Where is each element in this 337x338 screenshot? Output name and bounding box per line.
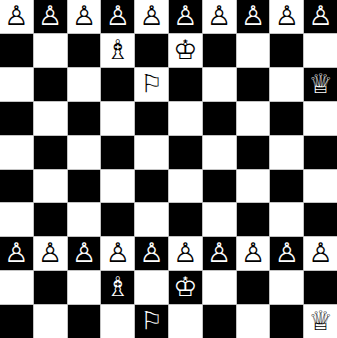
square-r6c4[interactable] — [101, 170, 134, 203]
square-r1c1[interactable]: ♙ — [0, 0, 33, 33]
soldier-piece-south[interactable]: ♙ — [275, 239, 299, 266]
square-r5c2[interactable] — [34, 136, 67, 169]
soldier-piece-north[interactable]: ♙ — [241, 2, 265, 29]
square-r8c4[interactable]: ♙ — [101, 237, 134, 270]
square-r3c9[interactable] — [270, 68, 303, 101]
square-r5c7[interactable] — [203, 136, 236, 169]
square-r2c2[interactable] — [34, 34, 67, 67]
square-r4c5[interactable] — [135, 102, 168, 135]
square-r4c9[interactable] — [270, 102, 303, 135]
square-r1c3[interactable]: ♙ — [68, 0, 101, 33]
square-r4c4[interactable] — [101, 102, 134, 135]
square-r9c8[interactable] — [237, 271, 270, 304]
standard-bearer-piece-north[interactable]: ⚐ — [140, 71, 162, 96]
square-r3c1[interactable] — [0, 68, 33, 101]
square-r7c6[interactable] — [169, 203, 202, 236]
soldier-piece-north[interactable]: ♙ — [173, 2, 197, 29]
square-r2c4[interactable]: ♗ — [101, 34, 134, 67]
square-r7c5[interactable] — [135, 203, 168, 236]
square-r8c8[interactable]: ♙ — [237, 237, 270, 270]
square-r6c10[interactable] — [304, 170, 337, 203]
soldier-piece-north[interactable]: ♙ — [72, 2, 96, 29]
square-r4c7[interactable] — [203, 102, 236, 135]
square-r10c4[interactable] — [101, 305, 134, 338]
square-r3c7[interactable] — [203, 68, 236, 101]
square-r3c6[interactable] — [169, 68, 202, 101]
square-r6c6[interactable] — [169, 170, 202, 203]
square-r1c2[interactable]: ♙ — [34, 0, 67, 33]
square-r5c3[interactable] — [68, 136, 101, 169]
square-r6c2[interactable] — [34, 170, 67, 203]
square-r10c1[interactable] — [0, 305, 33, 338]
square-r8c9[interactable]: ♙ — [270, 237, 303, 270]
square-r9c3[interactable] — [68, 271, 101, 304]
square-r2c9[interactable] — [270, 34, 303, 67]
soldier-piece-south[interactable]: ♙ — [72, 239, 96, 266]
soldier-piece-south[interactable]: ♙ — [308, 239, 332, 266]
officer-piece-north[interactable]: ♗ — [106, 36, 130, 63]
square-r3c4[interactable] — [101, 68, 134, 101]
square-r4c1[interactable] — [0, 102, 33, 135]
soldier-piece-south[interactable]: ♙ — [38, 239, 62, 266]
soldier-piece-south[interactable]: ♙ — [106, 239, 130, 266]
square-r3c5[interactable]: ⚐ — [135, 68, 168, 101]
square-r10c5[interactable]: ⚐ — [135, 305, 168, 338]
square-r10c7[interactable] — [203, 305, 236, 338]
square-r7c7[interactable] — [203, 203, 236, 236]
soldier-piece-north[interactable]: ♙ — [308, 2, 332, 29]
sword-champion-piece-south[interactable]: ♕ — [308, 307, 332, 334]
square-r1c4[interactable]: ♙ — [101, 0, 134, 33]
square-r7c9[interactable] — [270, 203, 303, 236]
square-r2c10[interactable] — [304, 34, 337, 67]
square-r7c2[interactable] — [34, 203, 67, 236]
square-r5c10[interactable] — [304, 136, 337, 169]
square-r3c2[interactable] — [34, 68, 67, 101]
square-r4c3[interactable] — [68, 102, 101, 135]
square-r9c9[interactable] — [270, 271, 303, 304]
sword-champion-piece-north[interactable]: ♕ — [308, 70, 332, 97]
square-r1c9[interactable]: ♙ — [270, 0, 303, 33]
square-r9c2[interactable] — [34, 271, 67, 304]
soldier-piece-south[interactable]: ♙ — [241, 239, 265, 266]
soldier-piece-north[interactable]: ♙ — [106, 2, 130, 29]
square-r2c5[interactable] — [135, 34, 168, 67]
square-r8c3[interactable]: ♙ — [68, 237, 101, 270]
square-r9c4[interactable]: ♗ — [101, 271, 134, 304]
square-r1c8[interactable]: ♙ — [237, 0, 270, 33]
square-r7c4[interactable] — [101, 203, 134, 236]
square-r7c3[interactable] — [68, 203, 101, 236]
officer-piece-south[interactable]: ♗ — [106, 273, 130, 300]
square-r6c7[interactable] — [203, 170, 236, 203]
game-board: ♙♙♙♙♙♙♙♙♙♙♗♔⚐♕♙♙♙♙♙♙♙♙♙♙♗♔⚐♕ — [0, 0, 337, 338]
board-screenshot: ♙♙♙♙♙♙♙♙♙♙♗♔⚐♕♙♙♙♙♙♙♙♙♙♙♗♔⚐♕ — [0, 0, 337, 338]
square-r10c8[interactable] — [237, 305, 270, 338]
soldier-piece-south[interactable]: ♙ — [173, 239, 197, 266]
square-r2c1[interactable] — [0, 34, 33, 67]
square-r10c2[interactable] — [34, 305, 67, 338]
soldier-piece-south[interactable]: ♙ — [4, 239, 28, 266]
square-r5c4[interactable] — [101, 136, 134, 169]
square-r1c5[interactable]: ♙ — [135, 0, 168, 33]
soldier-piece-north[interactable]: ♙ — [275, 2, 299, 29]
soldier-piece-north[interactable]: ♙ — [4, 2, 28, 29]
standard-bearer-piece-south[interactable]: ⚐ — [140, 308, 162, 333]
square-r2c8[interactable] — [237, 34, 270, 67]
square-r1c10[interactable]: ♙ — [304, 0, 337, 33]
soldier-piece-south[interactable]: ♙ — [207, 239, 231, 266]
square-r6c1[interactable] — [0, 170, 33, 203]
square-r8c6[interactable]: ♙ — [169, 237, 202, 270]
soldier-piece-north[interactable]: ♙ — [38, 2, 62, 29]
square-r3c10[interactable]: ♕ — [304, 68, 337, 101]
square-r5c9[interactable] — [270, 136, 303, 169]
square-r1c7[interactable]: ♙ — [203, 0, 236, 33]
square-r6c3[interactable] — [68, 170, 101, 203]
square-r6c9[interactable] — [270, 170, 303, 203]
square-r1c6[interactable]: ♙ — [169, 0, 202, 33]
square-r2c3[interactable] — [68, 34, 101, 67]
square-r4c10[interactable] — [304, 102, 337, 135]
square-r2c7[interactable] — [203, 34, 236, 67]
square-r5c1[interactable] — [0, 136, 33, 169]
square-r8c2[interactable]: ♙ — [34, 237, 67, 270]
square-r9c6[interactable]: ♔ — [169, 271, 202, 304]
soldier-piece-north[interactable]: ♙ — [139, 2, 163, 29]
square-r7c1[interactable] — [0, 203, 33, 236]
soldier-piece-south[interactable]: ♙ — [139, 239, 163, 266]
square-r10c6[interactable] — [169, 305, 202, 338]
square-r5c6[interactable] — [169, 136, 202, 169]
square-r9c5[interactable] — [135, 271, 168, 304]
crowned-commander-piece-south[interactable]: ♔ — [173, 273, 197, 300]
square-r4c2[interactable] — [34, 102, 67, 135]
square-r7c10[interactable] — [304, 203, 337, 236]
square-r4c6[interactable] — [169, 102, 202, 135]
square-r9c10[interactable] — [304, 271, 337, 304]
soldier-piece-north[interactable]: ♙ — [207, 2, 231, 29]
square-r10c3[interactable] — [68, 305, 101, 338]
square-r6c8[interactable] — [237, 170, 270, 203]
square-r8c5[interactable]: ♙ — [135, 237, 168, 270]
square-r3c3[interactable] — [68, 68, 101, 101]
square-r9c7[interactable] — [203, 271, 236, 304]
square-r8c7[interactable]: ♙ — [203, 237, 236, 270]
square-r4c8[interactable] — [237, 102, 270, 135]
square-r10c10[interactable]: ♕ — [304, 305, 337, 338]
square-r5c8[interactable] — [237, 136, 270, 169]
square-r5c5[interactable] — [135, 136, 168, 169]
square-r10c9[interactable] — [270, 305, 303, 338]
square-r2c6[interactable]: ♔ — [169, 34, 202, 67]
square-r8c10[interactable]: ♙ — [304, 237, 337, 270]
square-r9c1[interactable] — [0, 271, 33, 304]
square-r8c1[interactable]: ♙ — [0, 237, 33, 270]
square-r3c8[interactable] — [237, 68, 270, 101]
square-r6c5[interactable] — [135, 170, 168, 203]
crowned-commander-piece-north[interactable]: ♔ — [173, 36, 197, 63]
square-r7c8[interactable] — [237, 203, 270, 236]
